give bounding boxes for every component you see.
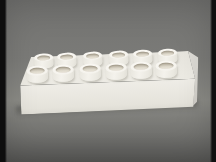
duplo-stud-front-6 [155, 60, 177, 78]
photo-lego-duplo-brick [0, 0, 216, 162]
duplo-brick [17, 38, 204, 117]
black-bar-left [0, 0, 7, 162]
duplo-stud-front-5 [130, 61, 152, 79]
duplo-stud-front-4 [105, 62, 127, 80]
studs [17, 38, 204, 117]
duplo-stud-front-1 [26, 65, 48, 83]
duplo-stud-front-3 [79, 63, 101, 81]
duplo-stud-front-2 [52, 64, 74, 82]
black-bar-right [210, 0, 216, 162]
